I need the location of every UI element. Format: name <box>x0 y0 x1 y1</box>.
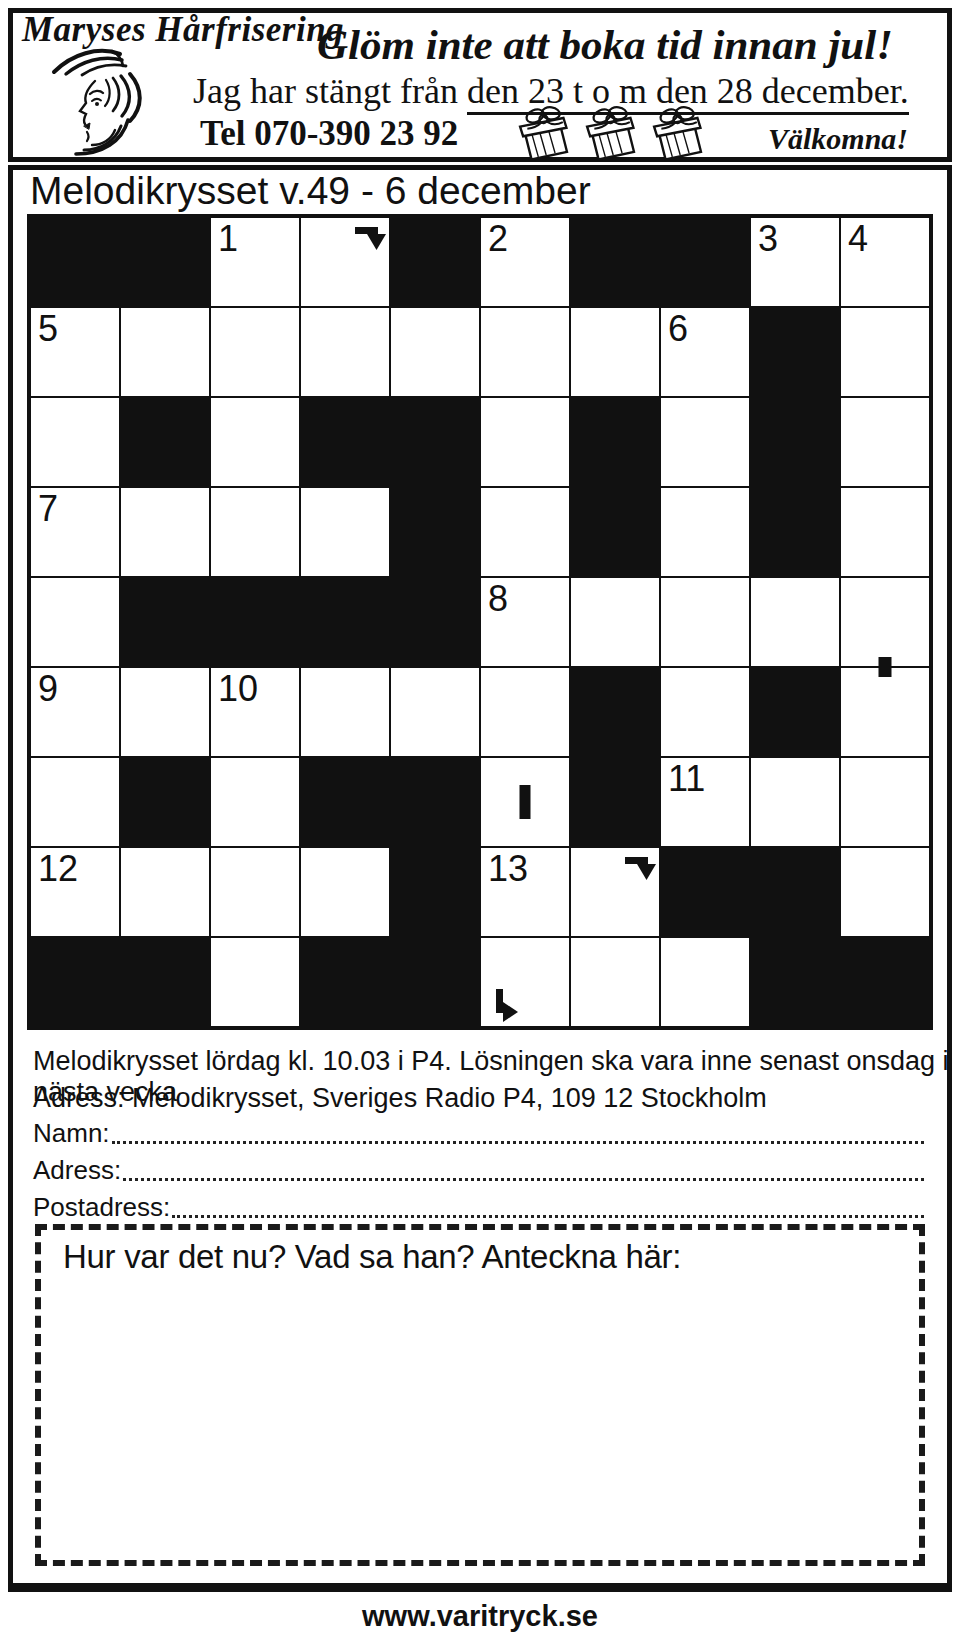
cell-r5c6[interactable]: 8 <box>480 577 570 667</box>
cell-r4c2[interactable] <box>120 487 210 577</box>
cell-r4c5 <box>390 487 480 577</box>
cell-r2c3[interactable] <box>210 307 300 397</box>
puzzle-title: Melodikrysset v.49 - 6 december <box>30 169 591 213</box>
cell-r6c7 <box>570 667 660 757</box>
cell-r4c8[interactable] <box>660 487 750 577</box>
cell-r6c2[interactable] <box>120 667 210 757</box>
cell-r1c3[interactable]: 1 <box>210 217 300 307</box>
cell-r1c5 <box>390 217 480 307</box>
cell-r2c7[interactable] <box>570 307 660 397</box>
cell-r4c3[interactable] <box>210 487 300 577</box>
cell-r2c2[interactable] <box>120 307 210 397</box>
postal-address-entry-line: Postadress: <box>33 1192 924 1223</box>
cell-r6c4[interactable] <box>300 667 390 757</box>
cell-r2c6[interactable] <box>480 307 570 397</box>
arrow-right-then-down-icon <box>355 225 387 251</box>
cell-r1c6[interactable]: 2 <box>480 217 570 307</box>
prefilled-bar-mark <box>520 785 531 819</box>
cell-r8c4[interactable] <box>300 847 390 937</box>
cell-r8c8 <box>660 847 750 937</box>
address-label: Adress: <box>33 1155 121 1186</box>
cell-r8c10[interactable] <box>840 847 930 937</box>
cell-r1c1 <box>30 217 120 307</box>
address-input-line[interactable] <box>123 1178 924 1181</box>
postal-address-input-line[interactable] <box>172 1215 924 1218</box>
gift-icon <box>515 104 575 162</box>
hair-salon-face-illustration <box>40 44 162 160</box>
cell-r1c4[interactable] <box>300 217 390 307</box>
clue-number: 12 <box>38 851 78 887</box>
cell-r4c10[interactable] <box>840 487 930 577</box>
cell-r5c8[interactable] <box>660 577 750 667</box>
cell-r1c9[interactable]: 3 <box>750 217 840 307</box>
cell-r2c1[interactable]: 5 <box>30 307 120 397</box>
cell-r8c5 <box>390 847 480 937</box>
cell-r6c6[interactable] <box>480 667 570 757</box>
cell-r7c4 <box>300 757 390 847</box>
cell-r4c1[interactable]: 7 <box>30 487 120 577</box>
cell-r9c9 <box>750 937 840 1027</box>
cell-r5c9[interactable] <box>750 577 840 667</box>
cell-r7c10[interactable] <box>840 757 930 847</box>
cell-r5c1[interactable] <box>30 577 120 667</box>
cell-r2c10[interactable] <box>840 307 930 397</box>
cell-r8c7[interactable] <box>570 847 660 937</box>
cell-r3c4 <box>300 397 390 487</box>
clue-number: 11 <box>668 761 705 797</box>
submission-address: Adress: Melodikrysset, Sveriges Radio P4… <box>33 1083 767 1114</box>
cell-r6c5[interactable] <box>390 667 480 757</box>
closed-dates-prefix: Jag har stängt från <box>193 71 467 111</box>
notes-heading: Hur var det nu? Vad sa han? Anteckna här… <box>41 1230 919 1276</box>
cell-r5c2 <box>120 577 210 667</box>
cell-r1c10[interactable]: 4 <box>840 217 930 307</box>
cell-r3c8[interactable] <box>660 397 750 487</box>
cell-r2c9 <box>750 307 840 397</box>
cell-r3c2 <box>120 397 210 487</box>
cell-r1c8 <box>660 217 750 307</box>
cell-r8c1[interactable]: 12 <box>30 847 120 937</box>
cell-r7c6[interactable] <box>480 757 570 847</box>
cell-r2c4[interactable] <box>300 307 390 397</box>
clue-number: 5 <box>38 311 58 347</box>
clue-number: 13 <box>488 851 528 887</box>
cell-r2c5[interactable] <box>390 307 480 397</box>
clue-number: 2 <box>488 221 508 257</box>
notes-box[interactable]: Hur var det nu? Vad sa han? Anteckna här… <box>35 1224 925 1566</box>
cell-r5c7[interactable] <box>570 577 660 667</box>
cell-r9c3[interactable] <box>210 937 300 1027</box>
clue-number: 9 <box>38 671 58 707</box>
cell-r9c6[interactable] <box>480 937 570 1027</box>
printer-website: www.varitryck.se <box>0 1600 960 1633</box>
cell-r4c7 <box>570 487 660 577</box>
welcome-text: Välkomna! <box>768 122 908 156</box>
cell-r9c1 <box>30 937 120 1027</box>
cell-r7c5 <box>390 757 480 847</box>
phone-number: Tel 070-390 23 92 <box>200 114 458 154</box>
cell-r7c3[interactable] <box>210 757 300 847</box>
cell-r9c10 <box>840 937 930 1027</box>
cell-r8c3[interactable] <box>210 847 300 937</box>
cell-r5c5 <box>390 577 480 667</box>
cell-r7c7 <box>570 757 660 847</box>
cell-r9c7[interactable] <box>570 937 660 1027</box>
cell-r5c10[interactable] <box>840 577 930 667</box>
headline: Glöm inte att boka tid innan jul! <box>288 20 922 69</box>
name-label: Namn: <box>33 1118 110 1149</box>
clue-number: 7 <box>38 491 58 527</box>
cell-r9c5 <box>390 937 480 1027</box>
clue-number: 1 <box>218 221 238 257</box>
arrow-down-then-right-icon <box>493 989 519 1023</box>
clue-number: 8 <box>488 581 508 617</box>
name-entry-line: Namn: <box>33 1118 924 1149</box>
cell-r6c8[interactable] <box>660 667 750 757</box>
cell-r7c9[interactable] <box>750 757 840 847</box>
cell-r5c4 <box>300 577 390 667</box>
gift-icons <box>515 104 709 162</box>
cell-r4c6[interactable] <box>480 487 570 577</box>
cell-r6c1[interactable]: 9 <box>30 667 120 757</box>
clue-number: 10 <box>218 671 258 707</box>
gift-icon <box>649 104 709 162</box>
cell-r5c3 <box>210 577 300 667</box>
cell-r3c6[interactable] <box>480 397 570 487</box>
address-entry-line: Adress: <box>33 1155 924 1186</box>
name-input-line[interactable] <box>112 1141 924 1144</box>
cell-r9c2 <box>120 937 210 1027</box>
word-divider-tick <box>879 657 892 677</box>
cell-r6c10[interactable] <box>840 667 930 757</box>
clue-number: 4 <box>848 221 868 257</box>
cell-r1c7 <box>570 217 660 307</box>
cell-r8c9 <box>750 847 840 937</box>
cell-r7c8[interactable]: 11 <box>660 757 750 847</box>
cell-r3c9 <box>750 397 840 487</box>
cell-r6c3[interactable]: 10 <box>210 667 300 757</box>
cell-r9c8[interactable] <box>660 937 750 1027</box>
postal-address-label: Postadress: <box>33 1192 170 1223</box>
cell-r3c5 <box>390 397 480 487</box>
cell-r8c2[interactable] <box>120 847 210 937</box>
clue-number: 6 <box>668 311 688 347</box>
cell-r1c2 <box>120 217 210 307</box>
cell-r9c4 <box>300 937 390 1027</box>
cell-r6c9 <box>750 667 840 757</box>
gift-icon <box>582 104 642 162</box>
cell-r7c1[interactable] <box>30 757 120 847</box>
cell-r2c8[interactable]: 6 <box>660 307 750 397</box>
crossword-grid: 12345678910111213 <box>27 214 933 1030</box>
cell-r4c4[interactable] <box>300 487 390 577</box>
cell-r3c3[interactable] <box>210 397 300 487</box>
cell-r4c9 <box>750 487 840 577</box>
cell-r3c1[interactable] <box>30 397 120 487</box>
cell-r3c10[interactable] <box>840 397 930 487</box>
cell-r8c6[interactable]: 13 <box>480 847 570 937</box>
cell-r3c7 <box>570 397 660 487</box>
arrow-right-then-down-icon <box>625 855 657 881</box>
cell-r7c2 <box>120 757 210 847</box>
clue-number: 3 <box>758 221 778 257</box>
